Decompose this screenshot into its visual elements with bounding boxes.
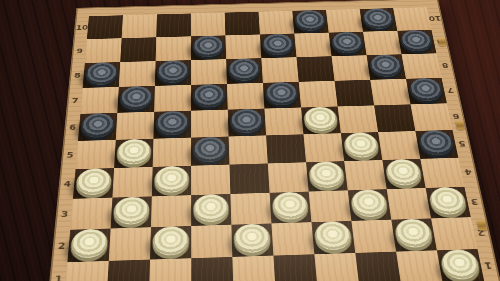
square-f6[interactable]	[264, 108, 303, 136]
square-a9[interactable]	[85, 38, 122, 63]
square-j7[interactable]	[406, 78, 447, 105]
square-d1[interactable]	[191, 257, 233, 281]
square-j5[interactable]	[415, 130, 458, 159]
dark-piece-h9[interactable]	[331, 32, 365, 54]
square-j10[interactable]	[393, 7, 431, 31]
square-c7[interactable]	[154, 85, 191, 112]
white-piece-j3[interactable]	[428, 187, 468, 215]
square-g1[interactable]	[314, 253, 359, 281]
dark-piece-j9[interactable]	[399, 30, 434, 52]
square-i6[interactable]	[374, 104, 415, 132]
rank-label-left-1: 1	[50, 262, 68, 281]
white-piece-g4[interactable]	[308, 161, 345, 188]
square-c6[interactable]	[153, 111, 191, 139]
white-piece-g2[interactable]	[314, 221, 353, 251]
dark-piece-g10[interactable]	[294, 10, 326, 31]
square-i2[interactable]	[391, 218, 437, 251]
square-g4[interactable]	[306, 161, 348, 191]
dark-piece-i8[interactable]	[368, 54, 403, 77]
square-f3[interactable]	[270, 192, 312, 224]
square-b9[interactable]	[120, 37, 156, 62]
square-b8[interactable]	[119, 61, 156, 87]
square-h4[interactable]	[344, 160, 386, 190]
square-a1[interactable]	[64, 261, 108, 281]
dark-piece-b7[interactable]	[119, 86, 152, 110]
square-h2[interactable]	[351, 220, 396, 253]
dark-piece-d5[interactable]	[193, 137, 227, 163]
square-f10[interactable]	[258, 11, 294, 35]
square-a7[interactable]	[80, 87, 118, 114]
square-h10[interactable]	[326, 9, 363, 33]
square-b1[interactable]	[107, 260, 150, 281]
square-d3[interactable]	[191, 194, 231, 226]
board-frame: 1010998877665544332211	[48, 0, 500, 281]
square-g3[interactable]	[309, 190, 352, 222]
square-e6[interactable]	[228, 109, 266, 137]
square-a10[interactable]	[87, 15, 123, 39]
dark-piece-d7[interactable]	[193, 84, 226, 108]
square-b5[interactable]	[114, 139, 153, 168]
square-f9[interactable]	[260, 34, 297, 59]
square-d7[interactable]	[191, 84, 228, 111]
square-c9[interactable]	[156, 36, 191, 61]
square-c4[interactable]	[152, 166, 191, 197]
white-piece-c2[interactable]	[152, 226, 189, 256]
white-piece-d3[interactable]	[193, 194, 229, 222]
square-c2[interactable]	[150, 226, 191, 260]
square-j8[interactable]	[401, 53, 441, 78]
square-a5[interactable]	[76, 140, 116, 169]
dark-piece-i10[interactable]	[361, 8, 395, 29]
square-h9[interactable]	[329, 32, 367, 57]
square-a8[interactable]	[83, 62, 121, 88]
dark-piece-j7[interactable]	[408, 78, 444, 102]
square-h5[interactable]	[341, 132, 382, 161]
square-g7[interactable]	[299, 81, 338, 108]
square-g6[interactable]	[301, 106, 341, 134]
white-piece-a4[interactable]	[75, 168, 112, 195]
square-g9[interactable]	[294, 33, 331, 58]
square-d2[interactable]	[191, 225, 232, 259]
square-e3[interactable]	[230, 193, 271, 225]
square-h7[interactable]	[334, 80, 374, 107]
square-e2[interactable]	[231, 223, 273, 256]
white-piece-j1[interactable]	[439, 249, 481, 280]
dark-piece-c6[interactable]	[156, 111, 189, 136]
square-h8[interactable]	[332, 55, 371, 81]
square-j3[interactable]	[426, 187, 471, 219]
white-piece-e2[interactable]	[234, 224, 271, 254]
square-b7[interactable]	[117, 86, 155, 113]
square-e1[interactable]	[232, 256, 275, 281]
square-c5[interactable]	[153, 138, 191, 167]
square-b6[interactable]	[116, 112, 154, 140]
square-e7[interactable]	[227, 83, 264, 110]
square-d9[interactable]	[191, 35, 226, 60]
white-piece-h5[interactable]	[343, 132, 380, 158]
square-a3[interactable]	[70, 198, 112, 230]
checkers-board: 1010998877665544332211	[48, 0, 500, 281]
square-i9[interactable]	[363, 31, 402, 56]
square-g10[interactable]	[292, 10, 328, 34]
dark-piece-a6[interactable]	[80, 113, 115, 138]
square-e8[interactable]	[226, 58, 263, 84]
dark-piece-e8[interactable]	[228, 58, 261, 81]
square-b10[interactable]	[122, 14, 157, 38]
square-h3[interactable]	[348, 189, 392, 221]
square-i1[interactable]	[396, 250, 443, 281]
dark-piece-j5[interactable]	[417, 130, 455, 156]
dark-piece-a8[interactable]	[85, 62, 118, 85]
white-piece-b3[interactable]	[113, 196, 150, 225]
square-c10[interactable]	[156, 14, 191, 38]
square-j2[interactable]	[431, 217, 477, 250]
white-piece-c4[interactable]	[154, 166, 189, 193]
white-piece-b5[interactable]	[116, 139, 151, 165]
square-f5[interactable]	[266, 134, 306, 163]
square-c3[interactable]	[151, 195, 191, 227]
square-g5[interactable]	[303, 133, 344, 162]
square-i10[interactable]	[360, 8, 398, 32]
white-piece-f3[interactable]	[272, 192, 309, 220]
square-j1[interactable]	[437, 249, 485, 281]
square-e9[interactable]	[225, 34, 261, 59]
square-f7[interactable]	[263, 82, 301, 109]
square-f1[interactable]	[273, 254, 317, 281]
square-a2[interactable]	[67, 229, 110, 263]
square-f2[interactable]	[271, 222, 314, 255]
white-piece-h3[interactable]	[350, 189, 389, 217]
square-d4[interactable]	[191, 165, 230, 196]
table-surface: 1010998877665544332211	[0, 0, 500, 281]
square-f4[interactable]	[268, 162, 309, 192]
square-e5[interactable]	[229, 135, 268, 164]
square-e4[interactable]	[229, 163, 269, 194]
square-j4[interactable]	[420, 158, 464, 188]
square-j6[interactable]	[411, 103, 453, 131]
square-c8[interactable]	[155, 60, 191, 86]
square-f8[interactable]	[261, 57, 298, 83]
square-i4[interactable]	[382, 159, 425, 189]
square-b2[interactable]	[109, 227, 151, 261]
square-c1[interactable]	[149, 258, 191, 281]
white-piece-g6[interactable]	[303, 107, 338, 132]
dark-piece-e6[interactable]	[230, 109, 264, 134]
dark-piece-f7[interactable]	[265, 82, 299, 106]
square-b4[interactable]	[112, 167, 152, 198]
square-i8[interactable]	[367, 54, 406, 80]
square-h1[interactable]	[355, 252, 401, 281]
square-d5[interactable]	[191, 137, 229, 166]
square-d6[interactable]	[191, 110, 229, 138]
square-g2[interactable]	[311, 221, 355, 254]
square-i7[interactable]	[370, 79, 410, 106]
square-h6[interactable]	[338, 105, 379, 133]
square-d8[interactable]	[191, 59, 227, 85]
dark-piece-c8[interactable]	[157, 60, 189, 83]
square-d10[interactable]	[191, 13, 226, 37]
square-j9[interactable]	[397, 30, 436, 54]
brass-hinge	[438, 38, 446, 46]
square-g8[interactable]	[296, 56, 334, 82]
square-a4[interactable]	[73, 168, 114, 199]
square-b3[interactable]	[111, 196, 152, 228]
dark-piece-f9[interactable]	[262, 34, 295, 56]
square-a6[interactable]	[78, 113, 117, 141]
square-i5[interactable]	[378, 131, 420, 160]
white-piece-i2[interactable]	[393, 219, 434, 249]
square-e10[interactable]	[225, 12, 260, 36]
dark-piece-d9[interactable]	[193, 35, 224, 57]
white-piece-a2[interactable]	[70, 229, 108, 259]
square-i3[interactable]	[387, 188, 431, 220]
white-piece-i4[interactable]	[384, 159, 423, 186]
